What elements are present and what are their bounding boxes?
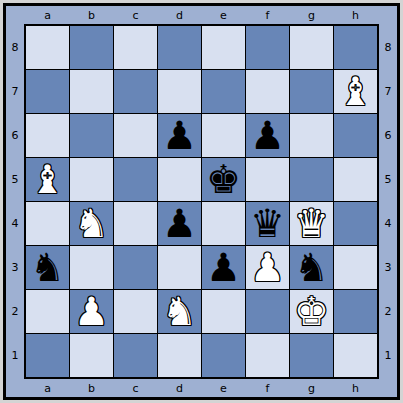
square-a4[interactable] — [26, 202, 69, 245]
square-a6[interactable] — [26, 114, 69, 157]
square-f7[interactable] — [246, 70, 289, 113]
square-b1[interactable] — [70, 334, 113, 377]
square-h2[interactable] — [334, 290, 377, 333]
square-d2[interactable]: ♞ — [158, 290, 201, 333]
file-labels-top: abcdefgh — [24, 6, 379, 24]
square-c6[interactable] — [114, 114, 157, 157]
file-label-b: b — [70, 9, 113, 22]
piece-black-knight[interactable]: ♞ — [294, 248, 329, 287]
board-window: abcdefgh 87654321 ♝♟♟♝♚♞♟♛♛♞♟♟♞♟♞♚ 87654… — [3, 3, 400, 400]
square-g2[interactable]: ♚ — [290, 290, 333, 333]
file-label-e: e — [202, 382, 245, 395]
square-f6[interactable]: ♟ — [246, 114, 289, 157]
board: ♝♟♟♝♚♞♟♛♛♞♟♟♞♟♞♚ — [24, 24, 379, 379]
square-e7[interactable] — [202, 70, 245, 113]
piece-white-queen[interactable]: ♛ — [294, 204, 329, 243]
rank-labels-left: 87654321 — [6, 24, 24, 379]
square-h3[interactable] — [334, 246, 377, 289]
rank-label-4: 4 — [385, 217, 392, 230]
piece-black-knight[interactable]: ♞ — [30, 248, 65, 287]
square-e1[interactable] — [202, 334, 245, 377]
square-d3[interactable] — [158, 246, 201, 289]
frame-corner-top-right — [379, 6, 397, 24]
file-labels-bottom: abcdefgh — [24, 379, 379, 397]
piece-white-knight[interactable]: ♞ — [74, 204, 109, 243]
square-e6[interactable] — [202, 114, 245, 157]
piece-white-knight[interactable]: ♞ — [162, 292, 197, 331]
square-f2[interactable] — [246, 290, 289, 333]
square-f4[interactable]: ♛ — [246, 202, 289, 245]
square-f1[interactable] — [246, 334, 289, 377]
file-label-c: c — [114, 9, 157, 22]
square-c1[interactable] — [114, 334, 157, 377]
square-a2[interactable] — [26, 290, 69, 333]
square-b4[interactable]: ♞ — [70, 202, 113, 245]
rank-label-2: 2 — [385, 305, 392, 318]
rank-label-5: 5 — [12, 173, 19, 186]
square-a5[interactable]: ♝ — [26, 158, 69, 201]
frame-corner-bottom-left — [6, 379, 24, 397]
square-a1[interactable] — [26, 334, 69, 377]
square-f3[interactable]: ♟ — [246, 246, 289, 289]
file-label-g: g — [290, 9, 333, 22]
piece-black-pawn[interactable]: ♟ — [162, 204, 197, 243]
square-g6[interactable] — [290, 114, 333, 157]
file-label-h: h — [334, 9, 377, 22]
rank-label-1: 1 — [385, 349, 392, 362]
square-d7[interactable] — [158, 70, 201, 113]
square-b3[interactable] — [70, 246, 113, 289]
square-h4[interactable] — [334, 202, 377, 245]
square-g5[interactable] — [290, 158, 333, 201]
square-a7[interactable] — [26, 70, 69, 113]
rank-label-7: 7 — [12, 85, 19, 98]
square-e3[interactable]: ♟ — [202, 246, 245, 289]
square-c8[interactable] — [114, 26, 157, 69]
square-b2[interactable]: ♟ — [70, 290, 113, 333]
square-a3[interactable]: ♞ — [26, 246, 69, 289]
piece-black-king[interactable]: ♚ — [206, 160, 241, 199]
file-label-d: d — [158, 382, 201, 395]
rank-label-6: 6 — [12, 129, 19, 142]
square-e5[interactable]: ♚ — [202, 158, 245, 201]
square-a8[interactable] — [26, 26, 69, 69]
square-c2[interactable] — [114, 290, 157, 333]
square-b5[interactable] — [70, 158, 113, 201]
piece-black-queen[interactable]: ♛ — [250, 204, 285, 243]
rank-label-6: 6 — [385, 129, 392, 142]
square-d8[interactable] — [158, 26, 201, 69]
rank-label-5: 5 — [385, 173, 392, 186]
square-c5[interactable] — [114, 158, 157, 201]
square-d4[interactable]: ♟ — [158, 202, 201, 245]
square-h7[interactable]: ♝ — [334, 70, 377, 113]
square-b6[interactable] — [70, 114, 113, 157]
rank-label-2: 2 — [12, 305, 19, 318]
piece-white-bishop[interactable]: ♝ — [338, 72, 373, 111]
file-label-c: c — [114, 382, 157, 395]
square-g4[interactable]: ♛ — [290, 202, 333, 245]
square-e2[interactable] — [202, 290, 245, 333]
square-d6[interactable]: ♟ — [158, 114, 201, 157]
rank-label-3: 3 — [12, 261, 19, 274]
piece-black-pawn[interactable]: ♟ — [162, 116, 197, 155]
square-h1[interactable] — [334, 334, 377, 377]
file-label-d: d — [158, 9, 201, 22]
square-d1[interactable] — [158, 334, 201, 377]
file-label-a: a — [26, 382, 69, 395]
square-h6[interactable] — [334, 114, 377, 157]
piece-white-pawn[interactable]: ♟ — [74, 292, 109, 331]
piece-black-pawn[interactable]: ♟ — [206, 248, 241, 287]
rank-label-3: 3 — [385, 261, 392, 274]
frame-corner-bottom-right — [379, 379, 397, 397]
piece-white-pawn[interactable]: ♟ — [250, 248, 285, 287]
file-label-f: f — [246, 382, 289, 395]
square-b8[interactable] — [70, 26, 113, 69]
rank-label-8: 8 — [12, 41, 19, 54]
square-g3[interactable]: ♞ — [290, 246, 333, 289]
square-h8[interactable] — [334, 26, 377, 69]
square-d5[interactable] — [158, 158, 201, 201]
square-c3[interactable] — [114, 246, 157, 289]
square-g7[interactable] — [290, 70, 333, 113]
file-label-e: e — [202, 9, 245, 22]
rank-label-8: 8 — [385, 41, 392, 54]
square-h5[interactable] — [334, 158, 377, 201]
rank-label-4: 4 — [12, 217, 19, 230]
piece-white-bishop[interactable]: ♝ — [30, 160, 65, 199]
file-label-b: b — [70, 382, 113, 395]
frame-corner-top-left — [6, 6, 24, 24]
square-f5[interactable] — [246, 158, 289, 201]
square-g1[interactable] — [290, 334, 333, 377]
square-c7[interactable] — [114, 70, 157, 113]
screenshot-root: abcdefgh 87654321 ♝♟♟♝♚♞♟♛♛♞♟♟♞♟♞♚ 87654… — [0, 0, 403, 403]
file-label-a: a — [26, 9, 69, 22]
piece-black-pawn[interactable]: ♟ — [250, 116, 285, 155]
square-b7[interactable] — [70, 70, 113, 113]
rank-label-1: 1 — [12, 349, 19, 362]
file-label-h: h — [334, 382, 377, 395]
square-e8[interactable] — [202, 26, 245, 69]
rank-label-7: 7 — [385, 85, 392, 98]
file-label-f: f — [246, 9, 289, 22]
board-frame: abcdefgh 87654321 ♝♟♟♝♚♞♟♛♛♞♟♟♞♟♞♚ 87654… — [6, 6, 397, 397]
square-e4[interactable] — [202, 202, 245, 245]
square-g8[interactable] — [290, 26, 333, 69]
piece-white-king[interactable]: ♚ — [294, 292, 329, 331]
square-f8[interactable] — [246, 26, 289, 69]
square-c4[interactable] — [114, 202, 157, 245]
rank-labels-right: 87654321 — [379, 24, 397, 379]
file-label-g: g — [290, 382, 333, 395]
